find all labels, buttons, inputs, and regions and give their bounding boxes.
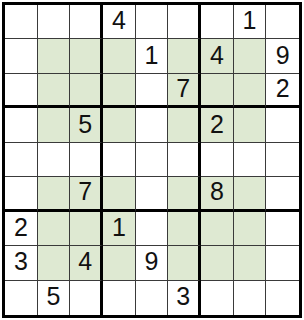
cell-r5c2[interactable] [38,143,71,177]
cell-r8c9[interactable] [266,246,299,280]
cell-r4c7[interactable]: 2 [201,108,234,142]
cell-r3c9[interactable]: 2 [266,74,299,108]
given-digit: 8 [210,179,224,204]
cell-r3c6[interactable]: 7 [168,74,201,108]
cell-r1c2[interactable] [38,5,71,39]
cell-r4c9[interactable] [266,108,299,142]
cell-r7c3[interactable] [70,212,103,246]
cell-r9c7[interactable] [201,281,234,315]
given-digit: 3 [176,284,190,309]
cell-r2c7[interactable]: 4 [201,39,234,73]
given-digit: 4 [210,43,224,68]
cell-r1c9[interactable] [266,5,299,39]
cell-r8c8[interactable] [234,246,267,280]
cell-r8c6[interactable] [168,246,201,280]
cell-r4c4[interactable] [103,108,136,142]
cell-r5c1[interactable] [5,143,38,177]
cell-r4c1[interactable] [5,108,38,142]
cell-r8c5[interactable]: 9 [136,246,169,280]
cell-r7c2[interactable] [38,212,71,246]
cell-r6c2[interactable] [38,177,71,211]
cell-r9c6[interactable]: 3 [168,281,201,315]
cell-r9c3[interactable] [70,281,103,315]
given-digit: 2 [210,112,224,137]
given-digit: 9 [276,43,290,68]
cell-r1c1[interactable] [5,5,38,39]
cell-r2c2[interactable] [38,39,71,73]
cell-r9c1[interactable] [5,281,38,315]
cell-r6c6[interactable] [168,177,201,211]
cell-r6c4[interactable] [103,177,136,211]
cell-r1c7[interactable] [201,5,234,39]
cell-r2c9[interactable]: 9 [266,39,299,73]
given-digit: 9 [145,249,159,274]
cell-r5c9[interactable] [266,143,299,177]
given-digit: 5 [47,284,61,309]
cell-r9c2[interactable]: 5 [38,281,71,315]
given-digit: 7 [78,179,92,204]
cell-r9c5[interactable] [136,281,169,315]
cell-r9c4[interactable] [103,281,136,315]
sudoku-page: 411497252782134953 [0,0,304,320]
cell-r8c1[interactable]: 3 [5,246,38,280]
cell-r4c8[interactable] [234,108,267,142]
cell-r7c1[interactable]: 2 [5,212,38,246]
given-digit: 7 [176,76,190,101]
cell-r4c3[interactable]: 5 [70,108,103,142]
cell-r2c1[interactable] [5,39,38,73]
cell-r1c3[interactable] [70,5,103,39]
cell-r6c8[interactable] [234,177,267,211]
cell-r1c4[interactable]: 4 [103,5,136,39]
cell-r7c8[interactable] [234,212,267,246]
cell-r7c9[interactable] [266,212,299,246]
cell-r6c3[interactable]: 7 [70,177,103,211]
cell-r6c7[interactable]: 8 [201,177,234,211]
cell-r9c9[interactable] [266,281,299,315]
cell-r3c1[interactable] [5,74,38,108]
given-digit: 1 [145,43,159,68]
cell-r3c3[interactable] [70,74,103,108]
cell-r7c7[interactable] [201,212,234,246]
cell-r8c4[interactable] [103,246,136,280]
cell-r3c5[interactable] [136,74,169,108]
given-digit: 2 [14,215,28,240]
cell-r1c8[interactable]: 1 [234,5,267,39]
cell-r5c6[interactable] [168,143,201,177]
cell-r8c3[interactable]: 4 [70,246,103,280]
given-digit: 3 [14,249,28,274]
cell-r8c7[interactable] [201,246,234,280]
given-digit: 5 [78,112,92,137]
cell-r5c3[interactable] [70,143,103,177]
given-digit: 1 [243,8,257,33]
given-digit: 4 [112,8,126,33]
cell-r4c2[interactable] [38,108,71,142]
cell-r5c5[interactable] [136,143,169,177]
cell-r1c5[interactable] [136,5,169,39]
cell-r3c2[interactable] [38,74,71,108]
cell-r6c5[interactable] [136,177,169,211]
given-digit: 2 [276,76,290,101]
cell-r7c4[interactable]: 1 [103,212,136,246]
cell-r1c6[interactable] [168,5,201,39]
cell-r6c9[interactable] [266,177,299,211]
cell-r2c6[interactable] [168,39,201,73]
cell-r4c5[interactable] [136,108,169,142]
cell-r5c8[interactable] [234,143,267,177]
cell-r2c4[interactable] [103,39,136,73]
cell-r3c8[interactable] [234,74,267,108]
cell-r3c4[interactable] [103,74,136,108]
given-digit: 1 [112,215,126,240]
cell-r5c7[interactable] [201,143,234,177]
cell-r2c8[interactable] [234,39,267,73]
cell-r7c6[interactable] [168,212,201,246]
cell-r9c8[interactable] [234,281,267,315]
cell-r5c4[interactable] [103,143,136,177]
cell-r3c7[interactable] [201,74,234,108]
cell-r2c3[interactable] [70,39,103,73]
cell-r4c6[interactable] [168,108,201,142]
sudoku-board: 411497252782134953 [2,2,302,318]
cell-r7c5[interactable] [136,212,169,246]
given-digit: 4 [78,249,92,274]
cell-r2c5[interactable]: 1 [136,39,169,73]
cell-r6c1[interactable] [5,177,38,211]
cell-r8c2[interactable] [38,246,71,280]
